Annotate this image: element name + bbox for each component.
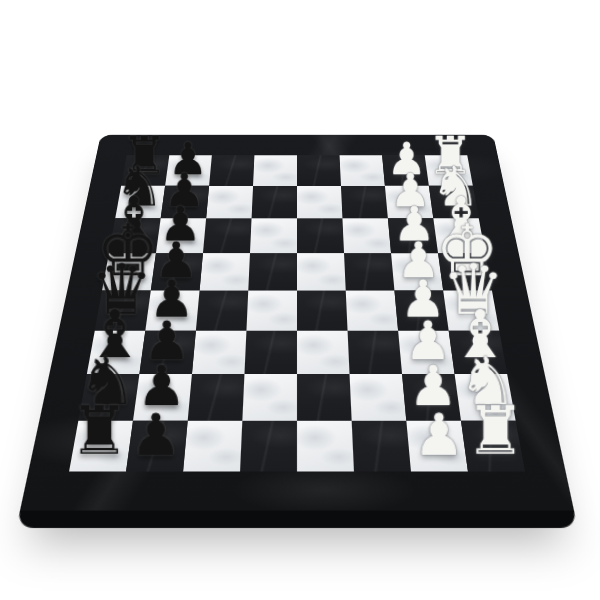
square-a6 [183,421,242,472]
square-g1: ♞ [429,186,479,219]
square-f3 [342,218,391,253]
square-b2: ♟ [402,374,461,421]
chessboard-squares: ♜♟♟♜♞♟♟♞♝♟♟♝♚♟♟♚♛♟♟♛♝♟♟♝♞♟♟♞♜♟♟♜ [69,155,525,471]
square-f1: ♝ [433,218,485,253]
square-g7: ♟ [161,186,209,219]
square-h5 [253,155,297,185]
square-e2: ♟ [391,253,443,290]
square-c1: ♝ [449,331,507,374]
square-c2: ♟ [398,331,454,374]
square-g8: ♞ [115,186,165,219]
square-g6 [206,186,253,219]
square-g3 [341,186,388,219]
square-f8: ♝ [109,218,161,253]
square-b5 [242,374,297,421]
square-d4 [297,291,348,331]
white-pawn: ♟ [408,360,458,413]
square-h3 [340,155,385,185]
square-h7: ♟ [165,155,212,185]
square-e3 [344,253,394,290]
black-knight: ♞ [77,350,137,413]
square-d8: ♛ [95,291,151,331]
square-g5 [252,186,297,219]
square-f4 [297,218,344,253]
black-rook: ♜ [121,132,167,181]
square-d3 [346,291,398,331]
square-a5 [240,421,297,472]
square-g2: ♟ [385,186,433,219]
square-d2: ♟ [394,291,448,331]
square-d5 [246,291,297,331]
square-e5 [248,253,297,290]
square-f5 [250,218,297,253]
square-e6 [200,253,250,290]
square-c4 [297,331,350,374]
black-bishop: ♝ [85,304,144,367]
white-pawn: ♟ [386,138,426,180]
square-h8: ♜ [121,155,169,185]
square-e7: ♟ [151,253,203,290]
square-d6 [196,291,248,331]
square-f2: ♟ [388,218,438,253]
square-b7: ♟ [133,374,192,421]
square-g4 [297,186,342,219]
square-e1: ♚ [438,253,492,290]
square-c6 [192,331,247,374]
square-e4 [297,253,346,290]
square-a1: ♜ [461,421,525,472]
black-pawn: ♟ [136,360,186,413]
white-knight: ♞ [457,350,517,413]
square-c3 [348,331,403,374]
square-f7: ♟ [156,218,206,253]
square-f6 [203,218,252,253]
square-b4 [297,374,352,421]
square-h4 [297,155,341,185]
square-c8: ♝ [87,331,145,374]
square-b8: ♞ [78,374,139,421]
square-a4 [297,421,354,472]
white-rook: ♜ [427,132,473,181]
square-e8: ♚ [102,253,156,290]
square-h2: ♟ [382,155,429,185]
square-c5 [244,331,297,374]
square-b1: ♞ [455,374,516,421]
black-pawn: ♟ [168,138,208,180]
white-bishop: ♝ [450,304,509,367]
square-h6 [209,155,254,185]
square-b6 [188,374,245,421]
square-c7: ♟ [139,331,195,374]
square-a7: ♟ [126,421,188,472]
square-d7: ♟ [145,291,199,331]
square-a3 [352,421,411,472]
square-b3 [350,374,407,421]
square-a8: ♜ [69,421,133,472]
chessboard: ♜♟♟♜♞♟♟♞♝♟♟♝♚♟♟♚♛♟♟♛♝♟♟♝♞♟♟♞♜♟♟♜ [16,135,577,528]
square-a2: ♟ [406,421,468,472]
square-d1: ♛ [443,291,499,331]
square-h1: ♜ [425,155,473,185]
